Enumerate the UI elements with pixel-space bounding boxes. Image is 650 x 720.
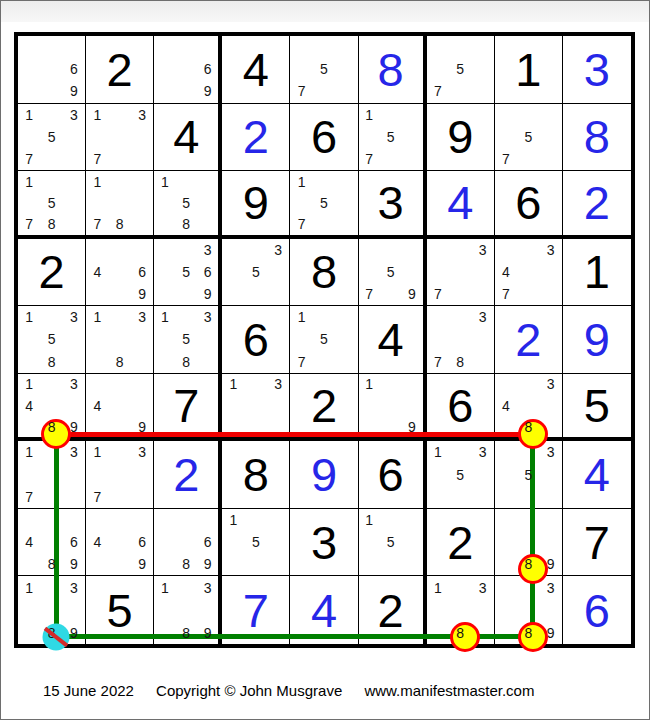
candidate-digit: 9 xyxy=(540,621,562,644)
cell-r5c9[interactable]: 9 xyxy=(563,306,631,374)
cell-r3c2[interactable]: 178 xyxy=(86,171,154,239)
cell-r2c5[interactable]: 6 xyxy=(290,104,358,172)
cell-r7c1[interactable]: 137 xyxy=(18,441,86,509)
cell-r1c7[interactable]: 57 xyxy=(427,36,495,104)
cell-r8c5[interactable]: 3 xyxy=(290,509,358,577)
given-digit: 3 xyxy=(359,171,423,235)
candidate-digit: 3 xyxy=(540,576,562,599)
candidate-digit: 1 xyxy=(427,441,449,463)
cell-r4c8[interactable]: 347 xyxy=(495,239,563,307)
cell-r3c1[interactable]: 1578 xyxy=(18,171,86,239)
cell-r5c5[interactable]: 157 xyxy=(290,306,358,374)
given-digit: 5 xyxy=(86,576,153,644)
candidate-digit: 1 xyxy=(18,306,40,328)
given-digit: 9 xyxy=(427,104,494,171)
candidate-digit: 7 xyxy=(290,80,312,102)
given-digit: 2 xyxy=(18,239,85,306)
candidate-digit: 7 xyxy=(495,148,517,170)
candidate-digit: 1 xyxy=(18,441,40,463)
cell-r7c4[interactable]: 8 xyxy=(222,441,290,509)
cell-r5c1[interactable]: 1358 xyxy=(18,306,86,374)
given-digit: 7 xyxy=(154,374,218,438)
cell-r9c9[interactable]: 6 xyxy=(563,576,631,644)
cell-r5c2[interactable]: 138 xyxy=(86,306,154,374)
candidate-digit: 9 xyxy=(401,283,422,305)
candidate-digit: 4 xyxy=(495,261,517,283)
cell-r1c6[interactable]: 8 xyxy=(359,36,427,104)
footer-website: www.manifestmaster.com xyxy=(364,682,534,699)
solved-digit: 4 xyxy=(427,171,494,235)
solved-digit: 2 xyxy=(222,104,289,171)
given-digit: 1 xyxy=(563,239,631,306)
cell-r3c8[interactable]: 6 xyxy=(495,171,563,239)
candidate-digit: 4 xyxy=(86,395,108,416)
candidate-digit: 3 xyxy=(197,576,218,599)
cell-r8c6[interactable]: 15 xyxy=(359,509,427,577)
cell-r5c4[interactable]: 6 xyxy=(222,306,290,374)
cell-r7c9[interactable]: 4 xyxy=(563,441,631,509)
candidate-digit: 4 xyxy=(18,531,40,553)
candidate-digit: 7 xyxy=(290,351,312,373)
candidate-digit: 7 xyxy=(18,486,40,508)
candidate-digit: 1 xyxy=(18,374,40,395)
cell-r4c1[interactable]: 2 xyxy=(18,239,86,307)
candidate-digit: 3 xyxy=(63,104,85,126)
candidate-digit: 5 xyxy=(176,261,197,283)
candidate-digit: 1 xyxy=(154,306,175,328)
candidate-digit: 5 xyxy=(380,261,401,283)
sudoku-board: 6926945785713135713742615795781578178158… xyxy=(14,32,635,648)
candidate-digit: 8 xyxy=(517,621,539,644)
candidate-digit: 5 xyxy=(449,464,471,486)
candidate-digit: 4 xyxy=(86,531,108,553)
candidate-digit: 3 xyxy=(131,306,153,328)
given-digit: 5 xyxy=(563,374,631,438)
cell-r6c7[interactable]: 6 xyxy=(427,374,495,442)
candidate-digit: 9 xyxy=(63,621,85,644)
candidate-digit: 7 xyxy=(86,213,108,234)
candidate-digit: 7 xyxy=(18,213,40,234)
candidate-digit: 3 xyxy=(131,104,153,126)
solved-digit: 9 xyxy=(563,306,631,373)
cell-r9c4[interactable]: 7 xyxy=(222,576,290,644)
candidate-digit: 3 xyxy=(540,441,562,463)
candidate-digit: 5 xyxy=(449,58,471,80)
candidate-digit: 5 xyxy=(313,58,335,80)
candidate-digit: 5 xyxy=(40,126,62,148)
cell-r4c2[interactable]: 469 xyxy=(86,239,154,307)
candidate-digit: 1 xyxy=(154,171,175,192)
candidate-digit: 3 xyxy=(471,576,493,599)
given-digit: 8 xyxy=(222,441,289,508)
candidate-digit: 1 xyxy=(222,509,244,531)
cell-r8c2[interactable]: 469 xyxy=(86,509,154,577)
candidate-digit: 3 xyxy=(471,441,493,463)
cell-r1c9[interactable]: 3 xyxy=(563,36,631,104)
candidate-digit: 7 xyxy=(427,80,449,102)
candidate-digit: 9 xyxy=(197,80,218,102)
candidate-digit: 6 xyxy=(197,531,218,553)
candidate-digit: 7 xyxy=(290,213,312,234)
given-digit: 6 xyxy=(359,441,423,508)
cell-r7c5[interactable]: 9 xyxy=(290,441,358,509)
candidate-digit: 4 xyxy=(18,395,40,416)
given-digit: 6 xyxy=(290,104,357,171)
cell-r8c4[interactable]: 15 xyxy=(222,509,290,577)
solved-digit: 4 xyxy=(290,576,357,644)
candidate-digit: 5 xyxy=(40,192,62,213)
cell-r1c4[interactable]: 4 xyxy=(222,36,290,104)
cell-r5c3[interactable]: 1358 xyxy=(154,306,222,374)
cell-r1c1[interactable]: 69 xyxy=(18,36,86,104)
candidate-digit: 5 xyxy=(176,192,197,213)
cell-r2c7[interactable]: 9 xyxy=(427,104,495,172)
candidate-digit: 7 xyxy=(359,148,380,170)
candidate-digit: 5 xyxy=(245,261,267,283)
cell-r7c2[interactable]: 137 xyxy=(86,441,154,509)
candidate-digit: 7 xyxy=(86,148,108,170)
candidate-digit: 6 xyxy=(131,531,153,553)
candidate-digit: 8 xyxy=(176,213,197,234)
candidate-digit: 9 xyxy=(131,553,153,575)
given-digit: 7 xyxy=(563,509,631,576)
candidate-digit: 3 xyxy=(63,441,85,463)
cell-r3c5[interactable]: 157 xyxy=(290,171,358,239)
candidate-digit: 3 xyxy=(471,306,493,328)
solved-digit: 7 xyxy=(222,576,289,644)
given-digit: 6 xyxy=(495,171,562,235)
footer-copyright: Copyright © John Musgrave xyxy=(156,682,342,699)
solved-digit: 9 xyxy=(290,441,357,508)
solved-digit: 6 xyxy=(563,576,631,644)
cell-r2c8[interactable]: 57 xyxy=(495,104,563,172)
candidate-digit: 8 xyxy=(40,213,62,234)
candidate-digit: 9 xyxy=(63,80,85,102)
candidate-digit: 9 xyxy=(131,283,153,305)
cell-r5c6[interactable]: 4 xyxy=(359,306,427,374)
candidate-digit: 8 xyxy=(449,351,471,373)
candidate-digit: 7 xyxy=(427,351,449,373)
footer: 15 June 2022 Copyright © John Musgrave w… xyxy=(43,682,534,699)
candidate-digit: 6 xyxy=(63,58,85,80)
given-digit: 2 xyxy=(86,36,153,103)
candidate-digit: 8 xyxy=(40,351,62,373)
cell-r5c8[interactable]: 2 xyxy=(495,306,563,374)
cell-r4c3[interactable]: 3569 xyxy=(154,239,222,307)
candidate-digit: 3 xyxy=(267,374,289,395)
cell-r7c8[interactable]: 35 xyxy=(495,441,563,509)
candidate-digit: 7 xyxy=(359,283,380,305)
cell-r1c8[interactable]: 1 xyxy=(495,36,563,104)
candidate-digit: 8 xyxy=(108,213,130,234)
candidate-digit: 6 xyxy=(63,531,85,553)
candidate-digit: 5 xyxy=(380,531,401,553)
candidate-digit: 5 xyxy=(380,126,401,148)
candidate-digit: 3 xyxy=(63,374,85,395)
cell-r2c1[interactable]: 1357 xyxy=(18,104,86,172)
candidate-digit: 5 xyxy=(245,531,267,553)
candidate-digit: 9 xyxy=(63,553,85,575)
given-digit: 6 xyxy=(222,306,289,373)
solved-digit: 2 xyxy=(495,306,562,373)
candidate-digit: 9 xyxy=(540,553,562,575)
cell-r2c2[interactable]: 137 xyxy=(86,104,154,172)
candidate-digit: 3 xyxy=(63,306,85,328)
cell-r4c4[interactable]: 35 xyxy=(222,239,290,307)
candidate-digit: 5 xyxy=(517,464,539,486)
candidate-digit: 6 xyxy=(197,58,218,80)
candidate-digit: 9 xyxy=(197,553,218,575)
given-digit: 3 xyxy=(290,509,357,576)
candidate-digit: 7 xyxy=(86,486,108,508)
cell-r7c6[interactable]: 6 xyxy=(359,441,427,509)
candidate-digit: 1 xyxy=(359,104,380,126)
cell-r2c3[interactable]: 4 xyxy=(154,104,222,172)
candidate-digit: 4 xyxy=(495,395,517,416)
cell-r3c3[interactable]: 158 xyxy=(154,171,222,239)
cell-r3c4[interactable]: 9 xyxy=(222,171,290,239)
candidate-digit: 5 xyxy=(517,126,539,148)
cell-r8c9[interactable]: 7 xyxy=(563,509,631,577)
candidate-digit: 9 xyxy=(131,416,153,437)
candidate-digit: 8 xyxy=(176,553,197,575)
candidate-digit: 9 xyxy=(401,416,422,437)
candidate-digit: 3 xyxy=(471,239,493,261)
given-digit: 4 xyxy=(222,36,289,103)
candidate-digit: 8 xyxy=(517,553,539,575)
solved-digit: 8 xyxy=(563,104,631,171)
candidate-digit: 1 xyxy=(154,576,175,599)
candidate-digit: 8 xyxy=(449,621,471,644)
candidate-digit: 1 xyxy=(359,509,380,531)
cell-r2c6[interactable]: 157 xyxy=(359,104,427,172)
chain-link-strong-green xyxy=(54,434,59,637)
given-digit: 9 xyxy=(222,171,289,235)
solved-digit: 8 xyxy=(359,36,423,103)
candidate-digit: 6 xyxy=(197,261,218,283)
solved-digit: 2 xyxy=(563,171,631,235)
given-digit: 6 xyxy=(427,374,494,438)
cell-r1c5[interactable]: 57 xyxy=(290,36,358,104)
candidate-digit: 3 xyxy=(197,239,218,261)
cell-r1c2[interactable]: 2 xyxy=(86,36,154,104)
candidate-digit: 6 xyxy=(131,261,153,283)
solved-digit: 2 xyxy=(154,441,218,508)
cell-r8c1[interactable]: 4689 xyxy=(18,509,86,577)
candidate-digit: 1 xyxy=(86,171,108,192)
candidate-digit: 7 xyxy=(495,283,517,305)
candidate-digit: 1 xyxy=(222,374,244,395)
candidate-digit: 1 xyxy=(18,171,40,192)
given-digit: 8 xyxy=(290,239,357,306)
cell-r4c9[interactable]: 1 xyxy=(563,239,631,307)
candidate-digit: 1 xyxy=(18,576,40,599)
cell-r7c7[interactable]: 135 xyxy=(427,441,495,509)
candidate-digit: 9 xyxy=(197,621,218,644)
candidate-digit: 3 xyxy=(63,576,85,599)
candidate-digit: 5 xyxy=(313,328,335,350)
footer-date: 15 June 2022 xyxy=(43,682,134,699)
cell-r8c7[interactable]: 2 xyxy=(427,509,495,577)
candidate-digit: 3 xyxy=(540,374,562,395)
cell-r3c9[interactable]: 2 xyxy=(563,171,631,239)
candidate-digit: 5 xyxy=(40,328,62,350)
candidate-digit: 7 xyxy=(427,283,449,305)
candidate-digit: 1 xyxy=(86,104,108,126)
candidate-digit: 8 xyxy=(40,553,62,575)
candidate-digit: 8 xyxy=(176,351,197,373)
cell-r1c3[interactable]: 69 xyxy=(154,36,222,104)
cell-r3c6[interactable]: 3 xyxy=(359,171,427,239)
candidate-digit: 8 xyxy=(517,416,539,437)
candidate-digit: 8 xyxy=(40,416,62,437)
candidate-digit: 7 xyxy=(18,148,40,170)
cell-r6c1[interactable]: 13489 xyxy=(18,374,86,442)
given-digit: 2 xyxy=(290,374,357,438)
candidate-digit: 3 xyxy=(540,239,562,261)
cell-r4c5[interactable]: 8 xyxy=(290,239,358,307)
candidate-digit: 3 xyxy=(197,306,218,328)
given-digit: 4 xyxy=(154,104,218,171)
candidate-digit: 3 xyxy=(131,441,153,463)
cell-r4c6[interactable]: 579 xyxy=(359,239,427,307)
candidate-digit: 5 xyxy=(313,192,335,213)
cell-r2c9[interactable]: 8 xyxy=(563,104,631,172)
cell-r6c9[interactable]: 5 xyxy=(563,374,631,442)
cell-r9c2[interactable]: 5 xyxy=(86,576,154,644)
cell-r9c5[interactable]: 4 xyxy=(290,576,358,644)
candidate-digit: 3 xyxy=(267,239,289,261)
solved-digit: 3 xyxy=(563,36,631,103)
candidate-digit: 1 xyxy=(427,576,449,599)
cell-r2c4[interactable]: 2 xyxy=(222,104,290,172)
cell-r6c3[interactable]: 7 xyxy=(154,374,222,442)
candidate-digit: 1 xyxy=(86,306,108,328)
page: 6926945785713135713742615795781578178158… xyxy=(0,0,650,720)
cell-r9c6[interactable]: 2 xyxy=(359,576,427,644)
cell-r8c8[interactable]: 89 xyxy=(495,509,563,577)
candidate-digit: 1 xyxy=(290,171,312,192)
cell-r3c7[interactable]: 4 xyxy=(427,171,495,239)
given-digit: 4 xyxy=(359,306,423,373)
candidate-digit: 1 xyxy=(18,104,40,126)
given-digit: 2 xyxy=(427,509,494,576)
candidate-digit: 8 xyxy=(108,351,130,373)
candidate-digit: 5 xyxy=(176,328,197,350)
candidate-digit: 4 xyxy=(86,261,108,283)
top-bar xyxy=(1,1,649,22)
candidate-digit: 8 xyxy=(176,621,197,644)
candidate-digit: 1 xyxy=(290,306,312,328)
cell-r6c5[interactable]: 2 xyxy=(290,374,358,442)
cell-r7c3[interactable]: 2 xyxy=(154,441,222,509)
given-digit: 1 xyxy=(495,36,562,103)
candidate-digit: 1 xyxy=(86,441,108,463)
candidate-digit: 9 xyxy=(197,283,218,305)
candidate-digit: 9 xyxy=(63,416,85,437)
cell-r8c3[interactable]: 689 xyxy=(154,509,222,577)
candidate-digit: 1 xyxy=(359,374,380,395)
cell-r4c7[interactable]: 37 xyxy=(427,239,495,307)
solved-digit: 4 xyxy=(563,441,631,508)
cell-r5c7[interactable]: 378 xyxy=(427,306,495,374)
given-digit: 2 xyxy=(359,576,423,644)
